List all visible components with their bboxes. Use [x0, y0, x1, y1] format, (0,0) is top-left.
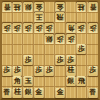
gote-gold[interactable]: 金 — [56, 2, 65, 12]
board-square[interactable] — [55, 77, 66, 88]
board-square[interactable] — [87, 13, 98, 24]
board-square[interactable] — [45, 45, 56, 56]
board-square[interactable]: 桂 — [13, 2, 24, 13]
board-square[interactable]: 歩 — [77, 45, 88, 56]
board-square[interactable]: 歩 — [23, 55, 34, 66]
gote-king[interactable]: 王 — [34, 12, 43, 22]
board-square[interactable]: 歩 — [45, 23, 56, 34]
board-square[interactable] — [77, 87, 88, 98]
board-square[interactable] — [66, 2, 77, 13]
board-square[interactable]: 金 — [34, 87, 45, 98]
board-square[interactable] — [45, 55, 56, 66]
board-square[interactable]: 歩 — [2, 66, 13, 77]
sente-rook[interactable]: 飛 — [77, 76, 86, 86]
gote-pawn[interactable]: 歩 — [34, 23, 43, 33]
board-square[interactable] — [77, 13, 88, 24]
sente-pawn[interactable]: 歩 — [45, 66, 54, 76]
board-square[interactable]: 香 — [87, 2, 98, 13]
sente-silver[interactable]: 銀 — [24, 88, 33, 98]
board-square[interactable] — [55, 23, 66, 34]
board-square[interactable] — [87, 34, 98, 45]
board-square[interactable] — [45, 77, 56, 88]
gote-pawn[interactable]: 歩 — [56, 34, 65, 44]
sente-silver[interactable]: 銀 — [66, 76, 75, 86]
sente-lance[interactable]: 香 — [88, 88, 97, 98]
board-square[interactable] — [77, 34, 88, 45]
gote-pawn[interactable]: 歩 — [2, 23, 11, 33]
board-square[interactable] — [2, 34, 13, 45]
gote-rook[interactable]: 飛 — [56, 12, 65, 22]
board-square[interactable] — [87, 77, 98, 88]
board-square[interactable] — [2, 77, 13, 88]
gote-lance[interactable]: 香 — [2, 2, 11, 12]
gote-gold[interactable]: 金 — [34, 2, 43, 12]
board-square[interactable] — [13, 13, 24, 24]
gote-pawn[interactable]: 歩 — [66, 34, 75, 44]
board-square[interactable] — [87, 45, 98, 56]
gote-knight[interactable]: 桂 — [77, 2, 86, 12]
sente-king[interactable]: 玉 — [24, 76, 33, 86]
sente-bishop[interactable]: 角 — [13, 76, 22, 86]
board-square[interactable]: 歩 — [55, 55, 66, 66]
sente-pawn[interactable]: 歩 — [13, 66, 22, 76]
sente-pawn[interactable]: 歩 — [34, 66, 43, 76]
board-square[interactable] — [77, 66, 88, 77]
board-square[interactable]: 銀 — [23, 87, 34, 98]
board-square[interactable] — [66, 87, 77, 98]
sente-pawn[interactable]: 歩 — [66, 55, 75, 65]
board-square[interactable] — [45, 87, 56, 98]
board-square[interactable]: 角 — [66, 23, 77, 34]
board-square[interactable]: 歩 — [87, 23, 98, 34]
board-square[interactable] — [13, 45, 24, 56]
sente-pawn[interactable]: 歩 — [24, 55, 33, 65]
board-square[interactable]: 飛 — [77, 77, 88, 88]
board-square[interactable]: 歩 — [55, 34, 66, 45]
board-square[interactable] — [45, 13, 56, 24]
board-square[interactable] — [34, 45, 45, 56]
board-square[interactable] — [66, 45, 77, 56]
shogi-board: 香桂銀金金桂香王飛歩歩歩歩歩角歩歩銀歩歩歩歩歩歩歩歩歩歩桂歩角玉銀飛香桂銀金金香 — [0, 0, 100, 100]
board-square[interactable] — [13, 55, 24, 66]
board-square[interactable] — [55, 45, 66, 56]
gote-knight[interactable]: 桂 — [13, 2, 22, 12]
board-square[interactable]: 歩 — [13, 66, 24, 77]
gote-pawn[interactable]: 歩 — [24, 23, 33, 33]
sente-gold[interactable]: 金 — [34, 88, 43, 98]
board-square[interactable]: 角 — [13, 77, 24, 88]
board-square[interactable] — [23, 45, 34, 56]
sente-pawn[interactable]: 歩 — [88, 66, 97, 76]
gote-silver[interactable]: 銀 — [24, 2, 33, 12]
gote-pawn[interactable]: 歩 — [88, 23, 97, 33]
board-square[interactable]: 飛 — [55, 13, 66, 24]
board-square[interactable]: 桂 — [77, 2, 88, 13]
board-square[interactable] — [55, 66, 66, 77]
board-square[interactable] — [13, 34, 24, 45]
board-square[interactable] — [66, 13, 77, 24]
board-square[interactable]: 香 — [2, 87, 13, 98]
board-square[interactable]: 桂 — [13, 87, 24, 98]
sente-pawn[interactable]: 歩 — [56, 55, 65, 65]
gote-pawn[interactable]: 歩 — [45, 23, 54, 33]
board-square[interactable]: 歩 — [13, 23, 24, 34]
sente-lance[interactable]: 香 — [2, 88, 11, 98]
board-square[interactable] — [45, 2, 56, 13]
gote-silver[interactable]: 銀 — [45, 34, 54, 44]
board-square[interactable]: 桂 — [66, 66, 77, 77]
board-square[interactable] — [34, 77, 45, 88]
board-square[interactable]: 王 — [34, 13, 45, 24]
board-square[interactable]: 金 — [55, 87, 66, 98]
board-square[interactable]: 歩 — [2, 23, 13, 34]
board-square[interactable] — [34, 34, 45, 45]
board-square[interactable] — [87, 55, 98, 66]
board-square[interactable] — [2, 55, 13, 66]
board-square[interactable]: 歩 — [23, 23, 34, 34]
board-square[interactable]: 歩 — [34, 66, 45, 77]
board-square[interactable]: 歩 — [77, 23, 88, 34]
board-square[interactable]: 銀 — [23, 2, 34, 13]
board-square[interactable]: 歩 — [45, 66, 56, 77]
board-square[interactable]: 香 — [87, 87, 98, 98]
gote-lance[interactable]: 香 — [88, 2, 97, 12]
board-square[interactable]: 玉 — [23, 77, 34, 88]
board-square[interactable]: 銀 — [45, 34, 56, 45]
board-square[interactable] — [34, 55, 45, 66]
gote-pawn[interactable]: 歩 — [77, 23, 86, 33]
board-square[interactable] — [2, 13, 13, 24]
board-square[interactable] — [77, 55, 88, 66]
board-square[interactable]: 香 — [2, 2, 13, 13]
board-square[interactable] — [2, 45, 13, 56]
board-square[interactable] — [23, 34, 34, 45]
gote-bishop[interactable]: 角 — [66, 23, 75, 33]
sente-pawn[interactable]: 歩 — [77, 44, 86, 54]
board-square[interactable] — [23, 66, 34, 77]
sente-knight[interactable]: 桂 — [13, 88, 22, 98]
sente-knight[interactable]: 桂 — [66, 66, 75, 76]
gote-pawn[interactable]: 歩 — [13, 23, 22, 33]
board-square[interactable]: 銀 — [66, 77, 77, 88]
board-square[interactable]: 歩 — [87, 66, 98, 77]
board-square[interactable] — [23, 13, 34, 24]
sente-gold[interactable]: 金 — [56, 88, 65, 98]
board-square[interactable]: 歩 — [66, 55, 77, 66]
board-square[interactable]: 歩 — [66, 34, 77, 45]
board-square[interactable]: 歩 — [34, 23, 45, 34]
sente-pawn[interactable]: 歩 — [2, 66, 11, 76]
